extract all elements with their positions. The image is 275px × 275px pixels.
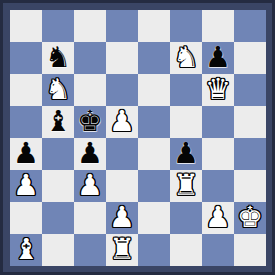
- square-c3[interactable]: ♟: [74, 170, 106, 202]
- white-rook-d1: ♜: [109, 233, 135, 265]
- board-frame: ♞♞♟♞♛♝♚♟♟♟♟♟♟♜♟♟♚♝♜: [0, 0, 275, 275]
- square-f1[interactable]: [170, 234, 202, 266]
- square-f2[interactable]: [170, 202, 202, 234]
- white-pawn-d2: ♟: [109, 201, 135, 233]
- square-d2[interactable]: ♟: [106, 202, 138, 234]
- square-g1[interactable]: [202, 234, 234, 266]
- square-g8[interactable]: [202, 10, 234, 42]
- square-a3[interactable]: ♟: [10, 170, 42, 202]
- square-a6[interactable]: [10, 74, 42, 106]
- square-a8[interactable]: [10, 10, 42, 42]
- white-pawn-g2: ♟: [205, 201, 231, 233]
- square-c5[interactable]: ♚: [74, 106, 106, 138]
- square-e2[interactable]: [138, 202, 170, 234]
- square-f6[interactable]: [170, 74, 202, 106]
- black-bishop-b5: ♝: [45, 105, 71, 137]
- square-d7[interactable]: [106, 42, 138, 74]
- square-b2[interactable]: [42, 202, 74, 234]
- square-f3[interactable]: ♜: [170, 170, 202, 202]
- white-rook-f3: ♜: [173, 169, 199, 201]
- square-g6[interactable]: ♛: [202, 74, 234, 106]
- square-a5[interactable]: [10, 106, 42, 138]
- white-knight-b6: ♞: [45, 73, 71, 105]
- square-g2[interactable]: ♟: [202, 202, 234, 234]
- square-f4[interactable]: ♟: [170, 138, 202, 170]
- square-h4[interactable]: [234, 138, 266, 170]
- square-g5[interactable]: [202, 106, 234, 138]
- square-b4[interactable]: [42, 138, 74, 170]
- square-g4[interactable]: [202, 138, 234, 170]
- square-h2[interactable]: ♚: [234, 202, 266, 234]
- square-c7[interactable]: [74, 42, 106, 74]
- black-king-c5: ♚: [77, 105, 103, 137]
- square-b8[interactable]: [42, 10, 74, 42]
- square-b6[interactable]: ♞: [42, 74, 74, 106]
- square-b7[interactable]: ♞: [42, 42, 74, 74]
- white-bishop-a1: ♝: [13, 233, 39, 265]
- square-f8[interactable]: [170, 10, 202, 42]
- square-g3[interactable]: [202, 170, 234, 202]
- square-e7[interactable]: [138, 42, 170, 74]
- square-c1[interactable]: [74, 234, 106, 266]
- square-d5[interactable]: ♟: [106, 106, 138, 138]
- square-a1[interactable]: ♝: [10, 234, 42, 266]
- square-d4[interactable]: [106, 138, 138, 170]
- square-d8[interactable]: [106, 10, 138, 42]
- square-c2[interactable]: [74, 202, 106, 234]
- white-pawn-d5: ♟: [109, 105, 135, 137]
- white-pawn-c3: ♟: [77, 169, 103, 201]
- square-h1[interactable]: [234, 234, 266, 266]
- square-b1[interactable]: [42, 234, 74, 266]
- white-queen-g6: ♛: [205, 73, 231, 105]
- square-e3[interactable]: [138, 170, 170, 202]
- square-c4[interactable]: ♟: [74, 138, 106, 170]
- black-pawn-a4: ♟: [13, 137, 39, 169]
- black-pawn-f4: ♟: [173, 137, 199, 169]
- square-e5[interactable]: [138, 106, 170, 138]
- square-f7[interactable]: ♞: [170, 42, 202, 74]
- square-c8[interactable]: [74, 10, 106, 42]
- square-f5[interactable]: [170, 106, 202, 138]
- square-h5[interactable]: [234, 106, 266, 138]
- white-pawn-a3: ♟: [13, 169, 39, 201]
- square-h3[interactable]: [234, 170, 266, 202]
- white-king-h2: ♚: [237, 201, 263, 233]
- square-h7[interactable]: [234, 42, 266, 74]
- square-e4[interactable]: [138, 138, 170, 170]
- black-knight-b7: ♞: [45, 41, 71, 73]
- square-h8[interactable]: [234, 10, 266, 42]
- square-e1[interactable]: [138, 234, 170, 266]
- square-b3[interactable]: [42, 170, 74, 202]
- square-e8[interactable]: [138, 10, 170, 42]
- square-c6[interactable]: [74, 74, 106, 106]
- square-a4[interactable]: ♟: [10, 138, 42, 170]
- square-d3[interactable]: [106, 170, 138, 202]
- square-g7[interactable]: ♟: [202, 42, 234, 74]
- square-a7[interactable]: [10, 42, 42, 74]
- chess-board: ♞♞♟♞♛♝♚♟♟♟♟♟♟♜♟♟♚♝♜: [10, 10, 266, 266]
- black-pawn-c4: ♟: [77, 137, 103, 169]
- square-d1[interactable]: ♜: [106, 234, 138, 266]
- square-d6[interactable]: [106, 74, 138, 106]
- square-a2[interactable]: [10, 202, 42, 234]
- square-h6[interactable]: [234, 74, 266, 106]
- square-b5[interactable]: ♝: [42, 106, 74, 138]
- square-e6[interactable]: [138, 74, 170, 106]
- black-pawn-g7: ♟: [205, 41, 231, 73]
- white-knight-f7: ♞: [173, 41, 199, 73]
